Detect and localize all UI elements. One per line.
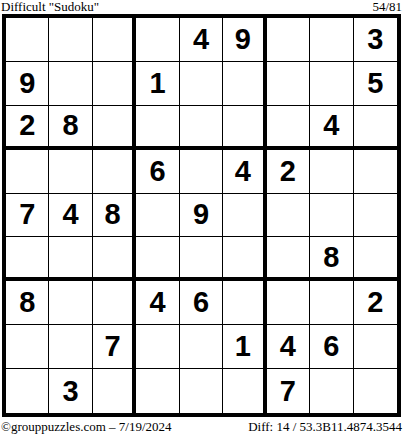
cell-r2c3-empty[interactable] — [93, 62, 136, 106]
cell-r5c3-given: 8 — [93, 194, 136, 238]
cell-r6c8-given: 8 — [310, 237, 353, 281]
cell-r7c6-empty[interactable] — [223, 281, 266, 325]
cell-r5c2-given: 4 — [49, 194, 92, 238]
cell-r7c5-given: 6 — [180, 281, 223, 325]
cell-r2c4-given: 1 — [136, 62, 179, 106]
header: Difficult "Sudoku" 54/81 — [0, 0, 403, 14]
cell-r1c6-given: 9 — [223, 18, 266, 62]
cell-r2c6-empty[interactable] — [223, 62, 266, 106]
cell-r3c6-empty[interactable] — [223, 106, 266, 150]
cell-r8c6-given: 1 — [223, 325, 266, 369]
cell-r6c6-empty[interactable] — [223, 237, 266, 281]
cell-r5c6-empty[interactable] — [223, 194, 266, 238]
cell-r1c1-empty[interactable] — [6, 18, 49, 62]
cell-r5c8-empty[interactable] — [310, 194, 353, 238]
cell-r8c9-empty[interactable] — [354, 325, 397, 369]
cell-r8c5-empty[interactable] — [180, 325, 223, 369]
cell-r3c2-given: 8 — [49, 106, 92, 150]
cell-r9c8-empty[interactable] — [310, 369, 353, 413]
cell-r3c4-empty[interactable] — [136, 106, 179, 150]
cell-r4c4-given: 6 — [136, 150, 179, 194]
puzzle-title: Difficult "Sudoku" — [1, 0, 99, 13]
cell-r9c3-empty[interactable] — [93, 369, 136, 413]
cell-r6c1-empty[interactable] — [6, 237, 49, 281]
cell-r9c9-empty[interactable] — [354, 369, 397, 413]
cell-r2c9-given: 5 — [354, 62, 397, 106]
cell-r1c7-empty[interactable] — [267, 18, 310, 62]
cell-r2c1-given: 9 — [6, 62, 49, 106]
cell-r3c7-empty[interactable] — [267, 106, 310, 150]
cell-r3c8-given: 4 — [310, 106, 353, 150]
cell-r8c8-given: 6 — [310, 325, 353, 369]
cell-r8c7-given: 4 — [267, 325, 310, 369]
cell-r9c2-given: 3 — [49, 369, 92, 413]
cell-r7c8-empty[interactable] — [310, 281, 353, 325]
cell-r1c9-given: 3 — [354, 18, 397, 62]
cell-r8c1-empty[interactable] — [6, 325, 49, 369]
cell-r4c8-empty[interactable] — [310, 150, 353, 194]
cell-r4c3-empty[interactable] — [93, 150, 136, 194]
cell-r3c1-given: 2 — [6, 106, 49, 150]
cell-r1c3-empty[interactable] — [93, 18, 136, 62]
cell-r8c2-empty[interactable] — [49, 325, 92, 369]
cell-r4c6-given: 4 — [223, 150, 266, 194]
cell-r6c2-empty[interactable] — [49, 237, 92, 281]
cell-r9c1-empty[interactable] — [6, 369, 49, 413]
cell-r7c9-given: 2 — [354, 281, 397, 325]
cell-r7c1-given: 8 — [6, 281, 49, 325]
cell-r6c7-empty[interactable] — [267, 237, 310, 281]
cell-r1c4-empty[interactable] — [136, 18, 179, 62]
cell-r5c1-given: 7 — [6, 194, 49, 238]
cell-r6c9-empty[interactable] — [354, 237, 397, 281]
cell-r7c2-empty[interactable] — [49, 281, 92, 325]
cell-r2c7-empty[interactable] — [267, 62, 310, 106]
cell-r1c2-empty[interactable] — [49, 18, 92, 62]
cell-r3c9-empty[interactable] — [354, 106, 397, 150]
cell-r2c5-empty[interactable] — [180, 62, 223, 106]
cell-r7c7-empty[interactable] — [267, 281, 310, 325]
copyright-text: ©grouppuzzles.com – 7/19/2024 — [1, 420, 172, 434]
cell-r3c5-empty[interactable] — [180, 106, 223, 150]
cell-r1c8-empty[interactable] — [310, 18, 353, 62]
cell-r3c3-empty[interactable] — [93, 106, 136, 150]
cell-r7c4-given: 4 — [136, 281, 179, 325]
cell-r5c5-given: 9 — [180, 194, 223, 238]
empty-count-label: 54/81 — [372, 0, 402, 13]
sudoku-board: 493915284642748988462714637 — [2, 14, 401, 417]
cell-r9c6-empty[interactable] — [223, 369, 266, 413]
cell-r8c3-given: 7 — [93, 325, 136, 369]
cell-r9c7-given: 7 — [267, 369, 310, 413]
difficulty-text: Diff: 14 / 53.3B11.4874.3544 — [248, 420, 402, 434]
cell-r2c8-empty[interactable] — [310, 62, 353, 106]
cell-r6c4-empty[interactable] — [136, 237, 179, 281]
cell-r4c9-empty[interactable] — [354, 150, 397, 194]
cell-r9c5-empty[interactable] — [180, 369, 223, 413]
cell-r1c5-given: 4 — [180, 18, 223, 62]
cell-r4c7-given: 2 — [267, 150, 310, 194]
cell-r2c2-empty[interactable] — [49, 62, 92, 106]
cell-r6c5-empty[interactable] — [180, 237, 223, 281]
cell-r5c7-empty[interactable] — [267, 194, 310, 238]
sudoku-page: Difficult "Sudoku" 54/81 493915284642748… — [0, 0, 403, 437]
cell-r9c4-empty[interactable] — [136, 369, 179, 413]
cell-r4c1-empty[interactable] — [6, 150, 49, 194]
footer: ©grouppuzzles.com – 7/19/2024 Diff: 14 /… — [0, 417, 403, 434]
cell-r7c3-empty[interactable] — [93, 281, 136, 325]
cell-r6c3-empty[interactable] — [93, 237, 136, 281]
cell-r4c2-empty[interactable] — [49, 150, 92, 194]
cell-r5c4-empty[interactable] — [136, 194, 179, 238]
cell-r5c9-empty[interactable] — [354, 194, 397, 238]
cell-r4c5-empty[interactable] — [180, 150, 223, 194]
cell-r8c4-empty[interactable] — [136, 325, 179, 369]
